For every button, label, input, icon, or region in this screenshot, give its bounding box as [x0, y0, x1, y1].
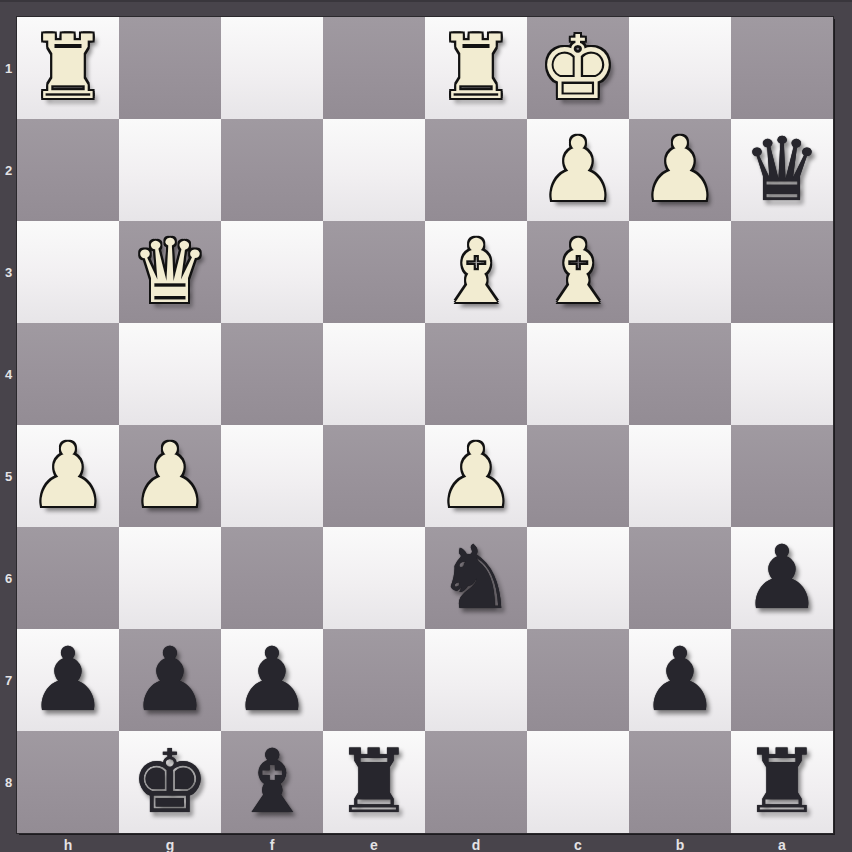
rank-label-3: 3	[0, 221, 17, 323]
square-e3[interactable]	[323, 221, 425, 323]
file-label-b: b	[629, 833, 731, 852]
black-pawn-b7[interactable]: ♟	[641, 629, 720, 731]
square-a1[interactable]	[731, 17, 833, 119]
white-pawn-g5[interactable]: ♟	[131, 425, 210, 527]
file-label-d: d	[425, 833, 527, 852]
square-c1[interactable]: ♚	[527, 17, 629, 119]
square-f8[interactable]: ♝	[221, 731, 323, 833]
square-c2[interactable]: ♟	[527, 119, 629, 221]
square-h3[interactable]	[17, 221, 119, 323]
square-f3[interactable]	[221, 221, 323, 323]
file-label-a: a	[731, 833, 833, 852]
square-e5[interactable]	[323, 425, 425, 527]
square-h2[interactable]	[17, 119, 119, 221]
square-d6[interactable]: ♞	[425, 527, 527, 629]
square-c6[interactable]	[527, 527, 629, 629]
square-d5[interactable]: ♟	[425, 425, 527, 527]
file-label-h: h	[17, 833, 119, 852]
square-f6[interactable]	[221, 527, 323, 629]
square-h5[interactable]: ♟	[17, 425, 119, 527]
rank-label-4: 4	[0, 323, 17, 425]
square-b5[interactable]	[629, 425, 731, 527]
square-c3[interactable]: ♝	[527, 221, 629, 323]
square-f7[interactable]: ♟	[221, 629, 323, 731]
square-g7[interactable]: ♟	[119, 629, 221, 731]
chess-board-frame: 1 2 3 4 5 6 7 8 ♜♜♚♟♟♛♛♝♝♟♟♟♞♟♟♟♟♟♚♝♜♜ h…	[0, 0, 852, 852]
square-g4[interactable]	[119, 323, 221, 425]
black-knight-d6[interactable]: ♞	[437, 527, 516, 629]
square-g1[interactable]	[119, 17, 221, 119]
square-g6[interactable]	[119, 527, 221, 629]
file-label-f: f	[221, 833, 323, 852]
square-d3[interactable]: ♝	[425, 221, 527, 323]
white-king-c1[interactable]: ♚	[539, 17, 618, 119]
square-d7[interactable]	[425, 629, 527, 731]
black-pawn-f7[interactable]: ♟	[233, 629, 312, 731]
square-f4[interactable]	[221, 323, 323, 425]
square-b2[interactable]: ♟	[629, 119, 731, 221]
black-king-g8[interactable]: ♚	[131, 731, 210, 833]
square-b3[interactable]	[629, 221, 731, 323]
rank-label-2: 2	[0, 119, 17, 221]
white-queen-g3[interactable]: ♛	[131, 221, 210, 323]
square-a2[interactable]: ♛	[731, 119, 833, 221]
black-rook-e8[interactable]: ♜	[335, 731, 414, 833]
square-h1[interactable]: ♜	[17, 17, 119, 119]
square-a5[interactable]	[731, 425, 833, 527]
black-queen-a2[interactable]: ♛	[743, 119, 822, 221]
square-b8[interactable]	[629, 731, 731, 833]
square-h6[interactable]	[17, 527, 119, 629]
square-a7[interactable]	[731, 629, 833, 731]
white-bishop-d3[interactable]: ♝	[437, 221, 516, 323]
square-f1[interactable]	[221, 17, 323, 119]
square-e4[interactable]	[323, 323, 425, 425]
square-d8[interactable]	[425, 731, 527, 833]
rank-label-6: 6	[0, 527, 17, 629]
square-h8[interactable]	[17, 731, 119, 833]
white-pawn-h5[interactable]: ♟	[29, 425, 108, 527]
square-h4[interactable]	[17, 323, 119, 425]
file-label-c: c	[527, 833, 629, 852]
white-bishop-c3[interactable]: ♝	[539, 221, 618, 323]
square-g3[interactable]: ♛	[119, 221, 221, 323]
square-c5[interactable]	[527, 425, 629, 527]
square-a8[interactable]: ♜	[731, 731, 833, 833]
square-b7[interactable]: ♟	[629, 629, 731, 731]
square-e6[interactable]	[323, 527, 425, 629]
square-d2[interactable]	[425, 119, 527, 221]
white-rook-h1[interactable]: ♜	[29, 17, 108, 119]
black-pawn-g7[interactable]: ♟	[131, 629, 210, 731]
square-h7[interactable]: ♟	[17, 629, 119, 731]
board: ♜♜♚♟♟♛♛♝♝♟♟♟♞♟♟♟♟♟♚♝♜♜	[17, 17, 833, 833]
square-a4[interactable]	[731, 323, 833, 425]
square-f5[interactable]	[221, 425, 323, 527]
file-label-e: e	[323, 833, 425, 852]
square-d1[interactable]: ♜	[425, 17, 527, 119]
file-label-g: g	[119, 833, 221, 852]
square-b1[interactable]	[629, 17, 731, 119]
square-f2[interactable]	[221, 119, 323, 221]
square-c8[interactable]	[527, 731, 629, 833]
square-g8[interactable]: ♚	[119, 731, 221, 833]
square-b4[interactable]	[629, 323, 731, 425]
rank-labels: 1 2 3 4 5 6 7 8	[0, 17, 17, 833]
square-c4[interactable]	[527, 323, 629, 425]
square-d4[interactable]	[425, 323, 527, 425]
black-pawn-a6[interactable]: ♟	[743, 527, 822, 629]
white-pawn-b2[interactable]: ♟	[641, 119, 720, 221]
white-pawn-d5[interactable]: ♟	[437, 425, 516, 527]
square-g2[interactable]	[119, 119, 221, 221]
square-a3[interactable]	[731, 221, 833, 323]
black-bishop-f8[interactable]: ♝	[233, 731, 312, 833]
square-e2[interactable]	[323, 119, 425, 221]
rank-label-1: 1	[0, 17, 17, 119]
black-pawn-h7[interactable]: ♟	[29, 629, 108, 731]
square-b6[interactable]	[629, 527, 731, 629]
white-pawn-c2[interactable]: ♟	[539, 119, 618, 221]
square-g5[interactable]: ♟	[119, 425, 221, 527]
square-c7[interactable]	[527, 629, 629, 731]
rank-label-5: 5	[0, 425, 17, 527]
rank-label-8: 8	[0, 731, 17, 833]
white-rook-d1[interactable]: ♜	[437, 17, 516, 119]
file-labels: h g f e d c b a	[17, 833, 833, 852]
rank-label-7: 7	[0, 629, 17, 731]
square-e1[interactable]	[323, 17, 425, 119]
square-a6[interactable]: ♟	[731, 527, 833, 629]
black-rook-a8[interactable]: ♜	[743, 731, 822, 833]
square-e7[interactable]	[323, 629, 425, 731]
square-e8[interactable]: ♜	[323, 731, 425, 833]
